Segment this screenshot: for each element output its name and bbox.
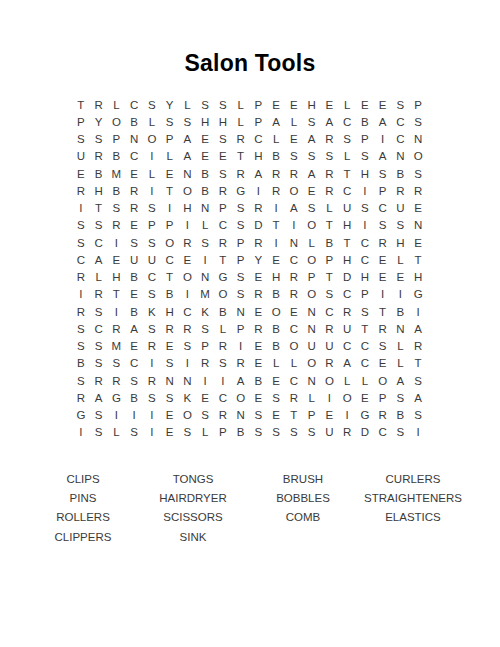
grid-cell-r17c6[interactable]: N [161,372,179,389]
grid-cell-r1c5[interactable]: S [143,96,161,113]
grid-cell-r13c4[interactable]: B [125,303,143,320]
grid-cell-r12c7[interactable]: I [179,286,197,303]
grid-cell-r17c12[interactable]: E [267,372,285,389]
grid-cell-r11c7[interactable]: O [179,269,197,286]
grid-cell-r2c5[interactable]: L [143,113,161,130]
grid-cell-r11c16[interactable]: D [338,269,356,286]
grid-cell-r19c14[interactable]: P [303,407,321,424]
grid-cell-r3c8[interactable]: E [196,131,214,148]
grid-cell-r4c20[interactable]: O [409,148,427,165]
grid-cell-r12c2[interactable]: R [90,286,108,303]
grid-cell-r13c2[interactable]: S [90,303,108,320]
grid-cell-r19c20[interactable]: S [409,407,427,424]
grid-cell-r20c6[interactable]: E [161,424,179,441]
grid-cell-r4c1[interactable]: U [72,148,90,165]
grid-cell-r5c20[interactable]: S [409,165,427,182]
grid-cell-r16c9[interactable]: S [214,355,232,372]
grid-cell-r5c16[interactable]: T [338,165,356,182]
grid-cell-r4c15[interactable]: S [321,148,339,165]
grid-cell-r19c4[interactable]: I [125,407,143,424]
grid-cell-r5c18[interactable]: S [374,165,392,182]
grid-cell-r14c12[interactable]: B [267,320,285,337]
grid-cell-r19c16[interactable]: I [338,407,356,424]
grid-cell-r20c9[interactable]: P [214,424,232,441]
grid-cell-r13c10[interactable]: N [232,303,250,320]
grid-cell-r4c16[interactable]: L [338,148,356,165]
grid-cell-r13c19[interactable]: B [392,303,410,320]
grid-cell-r18c9[interactable]: C [214,389,232,406]
grid-cell-r14c19[interactable]: N [392,320,410,337]
grid-cell-r8c7[interactable]: I [179,217,197,234]
grid-cell-r15c19[interactable]: L [392,338,410,355]
grid-cell-r3c1[interactable]: S [72,131,90,148]
grid-cell-r18c3[interactable]: G [108,389,126,406]
grid-cell-r11c4[interactable]: B [125,269,143,286]
grid-cell-r10c3[interactable]: E [108,251,126,268]
grid-cell-r14c10[interactable]: P [232,320,250,337]
grid-cell-r18c18[interactable]: P [374,389,392,406]
grid-cell-r7c12[interactable]: I [267,200,285,217]
grid-cell-r5c13[interactable]: R [285,165,303,182]
grid-cell-r5c1[interactable]: E [72,165,90,182]
grid-cell-r7c16[interactable]: U [338,200,356,217]
grid-cell-r3c5[interactable]: O [143,131,161,148]
grid-cell-r3c12[interactable]: L [267,131,285,148]
grid-cell-r16c7[interactable]: I [179,355,197,372]
grid-cell-r5c11[interactable]: A [250,165,268,182]
grid-cell-r1c12[interactable]: E [267,96,285,113]
grid-cell-r13c8[interactable]: K [196,303,214,320]
grid-cell-r13c5[interactable]: K [143,303,161,320]
grid-cell-r1c13[interactable]: E [285,96,303,113]
grid-cell-r16c4[interactable]: C [125,355,143,372]
grid-cell-r14c9[interactable]: L [214,320,232,337]
grid-cell-r18c8[interactable]: E [196,389,214,406]
grid-cell-r7c3[interactable]: S [108,200,126,217]
grid-cell-r20c3[interactable]: L [108,424,126,441]
grid-cell-r15c6[interactable]: E [161,338,179,355]
grid-cell-r8c18[interactable]: S [374,217,392,234]
grid-cell-r14c13[interactable]: C [285,320,303,337]
grid-cell-r17c1[interactable]: S [72,372,90,389]
grid-cell-r11c10[interactable]: S [232,269,250,286]
grid-cell-r1c8[interactable]: S [196,96,214,113]
grid-cell-r18c19[interactable]: S [392,389,410,406]
grid-cell-r19c10[interactable]: N [232,407,250,424]
grid-cell-r7c18[interactable]: C [374,200,392,217]
grid-cell-r2c15[interactable]: A [321,113,339,130]
grid-cell-r17c10[interactable]: A [232,372,250,389]
grid-cell-r8c6[interactable]: P [161,217,179,234]
grid-cell-r8c20[interactable]: N [409,217,427,234]
grid-cell-r13c16[interactable]: R [338,303,356,320]
grid-cell-r10c15[interactable]: P [321,251,339,268]
grid-cell-r5c15[interactable]: R [321,165,339,182]
grid-cell-r17c19[interactable]: A [392,372,410,389]
grid-cell-r6c16[interactable]: C [338,182,356,199]
grid-cell-r20c19[interactable]: S [392,424,410,441]
grid-cell-r10c4[interactable]: U [125,251,143,268]
grid-cell-r17c14[interactable]: N [303,372,321,389]
grid-cell-r17c7[interactable]: N [179,372,197,389]
grid-cell-r13c17[interactable]: S [356,303,374,320]
grid-cell-r14c1[interactable]: S [72,320,90,337]
grid-cell-r5c3[interactable]: M [108,165,126,182]
grid-cell-r12c8[interactable]: M [196,286,214,303]
grid-cell-r5c8[interactable]: B [196,165,214,182]
grid-cell-r9c1[interactable]: S [72,234,90,251]
grid-cell-r13c18[interactable]: T [374,303,392,320]
grid-cell-r2c6[interactable]: S [161,113,179,130]
grid-cell-r9c14[interactable]: L [303,234,321,251]
grid-cell-r11c19[interactable]: E [392,269,410,286]
grid-cell-r4c13[interactable]: S [285,148,303,165]
grid-cell-r14c3[interactable]: R [108,320,126,337]
grid-cell-r13c20[interactable]: I [409,303,427,320]
grid-cell-r18c1[interactable]: R [72,389,90,406]
grid-cell-r1c9[interactable]: S [214,96,232,113]
grid-cell-r18c15[interactable]: I [321,389,339,406]
grid-cell-r10c10[interactable]: P [232,251,250,268]
grid-cell-r2c18[interactable]: A [374,113,392,130]
grid-cell-r19c8[interactable]: S [196,407,214,424]
grid-cell-r7c1[interactable]: I [72,200,90,217]
grid-cell-r6c20[interactable]: R [409,182,427,199]
grid-cell-r8c2[interactable]: S [90,217,108,234]
grid-cell-r7c20[interactable]: E [409,200,427,217]
grid-cell-r7c19[interactable]: U [392,200,410,217]
grid-cell-r10c17[interactable]: C [356,251,374,268]
grid-cell-r7c13[interactable]: A [285,200,303,217]
grid-cell-r3c10[interactable]: R [232,131,250,148]
grid-cell-r6c18[interactable]: P [374,182,392,199]
grid-cell-r5c6[interactable]: E [161,165,179,182]
grid-cell-r7c11[interactable]: R [250,200,268,217]
grid-cell-r3c11[interactable]: C [250,131,268,148]
grid-cell-r9c10[interactable]: P [232,234,250,251]
grid-cell-r6c2[interactable]: H [90,182,108,199]
grid-cell-r12c17[interactable]: P [356,286,374,303]
grid-cell-r4c14[interactable]: S [303,148,321,165]
grid-cell-r3c6[interactable]: P [161,131,179,148]
grid-cell-r14c20[interactable]: A [409,320,427,337]
grid-cell-r16c5[interactable]: I [143,355,161,372]
grid-cell-r4c7[interactable]: A [179,148,197,165]
grid-cell-r13c6[interactable]: H [161,303,179,320]
grid-cell-r17c17[interactable]: L [356,372,374,389]
grid-cell-r15c2[interactable]: S [90,338,108,355]
grid-cell-r10c14[interactable]: O [303,251,321,268]
grid-cell-r3c14[interactable]: A [303,131,321,148]
grid-cell-r12c10[interactable]: S [232,286,250,303]
grid-cell-r11c1[interactable]: R [72,269,90,286]
grid-cell-r11c3[interactable]: H [108,269,126,286]
grid-cell-r12c20[interactable]: G [409,286,427,303]
grid-cell-r16c13[interactable]: L [285,355,303,372]
grid-cell-r2c10[interactable]: L [232,113,250,130]
grid-cell-r2c1[interactable]: P [72,113,90,130]
grid-cell-r5c2[interactable]: B [90,165,108,182]
grid-cell-r16c10[interactable]: R [232,355,250,372]
grid-cell-r16c8[interactable]: R [196,355,214,372]
grid-cell-r11c12[interactable]: H [267,269,285,286]
grid-cell-r19c7[interactable]: O [179,407,197,424]
grid-cell-r2c17[interactable]: B [356,113,374,130]
grid-cell-r4c3[interactable]: B [108,148,126,165]
grid-cell-r3c15[interactable]: R [321,131,339,148]
grid-cell-r6c19[interactable]: R [392,182,410,199]
grid-cell-r2c11[interactable]: P [250,113,268,130]
grid-cell-r14c8[interactable]: S [196,320,214,337]
grid-cell-r18c10[interactable]: O [232,389,250,406]
grid-cell-r14c2[interactable]: C [90,320,108,337]
grid-cell-r16c19[interactable]: L [392,355,410,372]
grid-cell-r1c2[interactable]: R [90,96,108,113]
grid-cell-r1c20[interactable]: P [409,96,427,113]
grid-cell-r9c11[interactable]: R [250,234,268,251]
grid-cell-r1c3[interactable]: L [108,96,126,113]
grid-cell-r12c19[interactable]: I [392,286,410,303]
grid-cell-r17c18[interactable]: O [374,372,392,389]
grid-cell-r16c14[interactable]: O [303,355,321,372]
grid-cell-r2c16[interactable]: C [338,113,356,130]
grid-cell-r10c16[interactable]: H [338,251,356,268]
grid-cell-r3c19[interactable]: C [392,131,410,148]
grid-cell-r17c13[interactable]: C [285,372,303,389]
grid-cell-r12c15[interactable]: S [321,286,339,303]
grid-cell-r16c2[interactable]: S [90,355,108,372]
grid-cell-r19c19[interactable]: B [392,407,410,424]
grid-cell-r3c2[interactable]: S [90,131,108,148]
grid-cell-r18c5[interactable]: S [143,389,161,406]
grid-cell-r20c14[interactable]: S [303,424,321,441]
grid-cell-r10c9[interactable]: T [214,251,232,268]
grid-cell-r3c3[interactable]: P [108,131,126,148]
grid-cell-r16c6[interactable]: S [161,355,179,372]
grid-cell-r16c12[interactable]: L [267,355,285,372]
grid-cell-r14c15[interactable]: R [321,320,339,337]
grid-cell-r2c13[interactable]: L [285,113,303,130]
grid-cell-r20c10[interactable]: B [232,424,250,441]
grid-cell-r8c11[interactable]: D [250,217,268,234]
grid-cell-r9c5[interactable]: S [143,234,161,251]
grid-cell-r7c15[interactable]: L [321,200,339,217]
grid-cell-r12c3[interactable]: T [108,286,126,303]
grid-cell-r10c19[interactable]: L [392,251,410,268]
grid-cell-r12c11[interactable]: R [250,286,268,303]
grid-cell-r19c12[interactable]: E [267,407,285,424]
grid-cell-r2c3[interactable]: O [108,113,126,130]
grid-cell-r17c16[interactable]: L [338,372,356,389]
grid-cell-r1c1[interactable]: T [72,96,90,113]
grid-cell-r15c3[interactable]: M [108,338,126,355]
grid-cell-r1c17[interactable]: E [356,96,374,113]
grid-cell-r13c11[interactable]: E [250,303,268,320]
grid-cell-r20c16[interactable]: R [338,424,356,441]
grid-cell-r2c20[interactable]: S [409,113,427,130]
grid-cell-r11c20[interactable]: H [409,269,427,286]
grid-cell-r8c13[interactable]: I [285,217,303,234]
grid-cell-r19c13[interactable]: T [285,407,303,424]
grid-cell-r20c20[interactable]: I [409,424,427,441]
grid-cell-r13c15[interactable]: C [321,303,339,320]
grid-cell-r11c5[interactable]: C [143,269,161,286]
grid-cell-r15c10[interactable]: I [232,338,250,355]
grid-cell-r7c4[interactable]: R [125,200,143,217]
grid-cell-r19c6[interactable]: E [161,407,179,424]
grid-cell-r11c15[interactable]: T [321,269,339,286]
grid-cell-r20c13[interactable]: S [285,424,303,441]
grid-cell-r9c20[interactable]: E [409,234,427,251]
grid-cell-r15c8[interactable]: P [196,338,214,355]
grid-cell-r4c17[interactable]: S [356,148,374,165]
grid-cell-r20c17[interactable]: D [356,424,374,441]
grid-cell-r18c12[interactable]: S [267,389,285,406]
grid-cell-r20c15[interactable]: U [321,424,339,441]
grid-cell-r14c16[interactable]: U [338,320,356,337]
grid-cell-r4c2[interactable]: R [90,148,108,165]
grid-cell-r19c17[interactable]: G [356,407,374,424]
grid-cell-r19c11[interactable]: S [250,407,268,424]
grid-cell-r15c12[interactable]: B [267,338,285,355]
grid-cell-r11c6[interactable]: T [161,269,179,286]
grid-cell-r3c18[interactable]: I [374,131,392,148]
grid-cell-r10c20[interactable]: T [409,251,427,268]
grid-cell-r7c8[interactable]: N [196,200,214,217]
grid-cell-r11c9[interactable]: G [214,269,232,286]
grid-cell-r2c4[interactable]: B [125,113,143,130]
grid-cell-r13c9[interactable]: B [214,303,232,320]
grid-cell-r20c4[interactable]: S [125,424,143,441]
grid-cell-r16c16[interactable]: A [338,355,356,372]
grid-cell-r7c9[interactable]: P [214,200,232,217]
grid-cell-r6c12[interactable]: R [267,182,285,199]
grid-cell-r16c20[interactable]: T [409,355,427,372]
grid-cell-r15c4[interactable]: E [125,338,143,355]
grid-cell-r13c7[interactable]: C [179,303,197,320]
grid-cell-r10c7[interactable]: E [179,251,197,268]
grid-cell-r20c1[interactable]: I [72,424,90,441]
grid-cell-r13c3[interactable]: I [108,303,126,320]
grid-cell-r17c15[interactable]: O [321,372,339,389]
grid-cell-r14c5[interactable]: S [143,320,161,337]
grid-cell-r16c1[interactable]: B [72,355,90,372]
grid-cell-r7c7[interactable]: H [179,200,197,217]
grid-cell-r11c11[interactable]: E [250,269,268,286]
grid-cell-r17c4[interactable]: S [125,372,143,389]
grid-cell-r11c8[interactable]: N [196,269,214,286]
grid-cell-r1c14[interactable]: H [303,96,321,113]
grid-cell-r12c16[interactable]: C [338,286,356,303]
grid-cell-r4c9[interactable]: E [214,148,232,165]
grid-cell-r16c17[interactable]: C [356,355,374,372]
grid-cell-r7c6[interactable]: I [161,200,179,217]
grid-cell-r17c2[interactable]: R [90,372,108,389]
grid-cell-r3c9[interactable]: S [214,131,232,148]
grid-cell-r15c15[interactable]: U [321,338,339,355]
grid-cell-r9c3[interactable]: I [108,234,126,251]
grid-cell-r5c17[interactable]: H [356,165,374,182]
grid-cell-r6c5[interactable]: I [143,182,161,199]
grid-cell-r13c1[interactable]: R [72,303,90,320]
grid-cell-r6c4[interactable]: R [125,182,143,199]
grid-cell-r8c12[interactable]: T [267,217,285,234]
grid-cell-r20c11[interactable]: S [250,424,268,441]
grid-cell-r3c13[interactable]: E [285,131,303,148]
grid-cell-r11c17[interactable]: H [356,269,374,286]
grid-cell-r10c5[interactable]: U [143,251,161,268]
grid-cell-r18c2[interactable]: A [90,389,108,406]
grid-cell-r14c14[interactable]: N [303,320,321,337]
grid-cell-r10c1[interactable]: C [72,251,90,268]
grid-cell-r18c16[interactable]: O [338,389,356,406]
grid-cell-r1c15[interactable]: E [321,96,339,113]
grid-cell-r19c2[interactable]: S [90,407,108,424]
grid-cell-r17c8[interactable]: I [196,372,214,389]
grid-cell-r12c5[interactable]: S [143,286,161,303]
grid-cell-r12c9[interactable]: O [214,286,232,303]
grid-cell-r6c8[interactable]: B [196,182,214,199]
grid-cell-r5c12[interactable]: R [267,165,285,182]
grid-cell-r9c6[interactable]: O [161,234,179,251]
grid-cell-r6c6[interactable]: T [161,182,179,199]
grid-cell-r18c6[interactable]: S [161,389,179,406]
grid-cell-r9c18[interactable]: R [374,234,392,251]
grid-cell-r12c18[interactable]: I [374,286,392,303]
grid-cell-r9c19[interactable]: H [392,234,410,251]
grid-cell-r1c11[interactable]: P [250,96,268,113]
grid-cell-r14c11[interactable]: R [250,320,268,337]
grid-cell-r10c8[interactable]: I [196,251,214,268]
grid-cell-r15c18[interactable]: S [374,338,392,355]
grid-cell-r1c4[interactable]: C [125,96,143,113]
grid-cell-r9c7[interactable]: R [179,234,197,251]
grid-cell-r8c10[interactable]: S [232,217,250,234]
grid-cell-r12c1[interactable]: I [72,286,90,303]
grid-cell-r5c7[interactable]: N [179,165,197,182]
grid-cell-r15c17[interactable]: C [356,338,374,355]
grid-cell-r5c19[interactable]: B [392,165,410,182]
grid-cell-r11c13[interactable]: R [285,269,303,286]
grid-cell-r1c16[interactable]: L [338,96,356,113]
grid-cell-r2c19[interactable]: C [392,113,410,130]
grid-cell-r12c6[interactable]: B [161,286,179,303]
grid-cell-r11c14[interactable]: P [303,269,321,286]
grid-cell-r19c15[interactable]: E [321,407,339,424]
grid-cell-r18c7[interactable]: K [179,389,197,406]
grid-cell-r1c18[interactable]: E [374,96,392,113]
grid-cell-r19c1[interactable]: G [72,407,90,424]
grid-cell-r16c3[interactable]: S [108,355,126,372]
grid-cell-r1c7[interactable]: L [179,96,197,113]
grid-cell-r4c6[interactable]: L [161,148,179,165]
grid-cell-r8c8[interactable]: L [196,217,214,234]
grid-cell-r14c18[interactable]: R [374,320,392,337]
grid-cell-r6c14[interactable]: E [303,182,321,199]
grid-cell-r3c20[interactable]: N [409,131,427,148]
grid-cell-r17c5[interactable]: R [143,372,161,389]
grid-cell-r12c13[interactable]: R [285,286,303,303]
grid-cell-r18c13[interactable]: R [285,389,303,406]
grid-cell-r19c9[interactable]: R [214,407,232,424]
grid-cell-r4c11[interactable]: H [250,148,268,165]
grid-cell-r2c8[interactable]: H [196,113,214,130]
grid-cell-r18c4[interactable]: B [125,389,143,406]
grid-cell-r7c2[interactable]: T [90,200,108,217]
grid-cell-r14c7[interactable]: R [179,320,197,337]
grid-cell-r9c4[interactable]: S [125,234,143,251]
grid-cell-r8c16[interactable]: H [338,217,356,234]
